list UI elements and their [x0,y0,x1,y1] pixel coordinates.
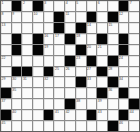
white-cell[interactable] [76,12,86,22]
white-cell[interactable]: 14 [87,23,97,33]
black-cell [1,88,11,98]
black-cell [65,34,75,44]
white-cell[interactable] [129,34,139,44]
white-cell[interactable] [33,77,43,87]
white-cell[interactable] [129,88,139,98]
white-cell[interactable] [22,23,32,33]
clue-number: 12 [119,12,123,16]
black-cell [65,99,75,109]
white-cell[interactable]: 37 [1,99,11,109]
white-cell[interactable] [54,99,64,109]
black-cell [54,23,64,33]
white-cell[interactable] [44,88,54,98]
white-cell[interactable] [119,99,129,109]
black-cell [119,88,129,98]
white-cell[interactable] [54,1,64,11]
white-cell[interactable] [87,99,97,109]
white-cell[interactable] [1,34,11,44]
white-cell[interactable]: 21 [97,45,107,55]
clue-number: 10 [34,12,38,16]
white-cell[interactable]: 5 [76,1,86,11]
white-cell[interactable] [22,88,32,98]
white-cell[interactable] [44,23,54,33]
clue-number: 29 [2,77,6,81]
white-cell[interactable] [119,23,129,33]
white-cell[interactable]: 6 [97,1,107,11]
white-cell[interactable] [1,67,11,77]
black-cell [119,1,129,11]
clue-number: 15 [108,23,112,27]
black-cell [119,34,129,44]
black-cell [22,67,32,77]
black-cell [54,12,64,22]
white-cell[interactable] [22,121,32,131]
black-cell [76,23,86,33]
clue-number: 24 [119,56,123,60]
white-cell[interactable] [76,67,86,77]
black-cell [76,77,86,87]
white-cell[interactable] [22,34,32,44]
black-cell [44,110,54,120]
white-cell[interactable] [22,110,32,120]
white-cell[interactable]: 24 [119,56,129,66]
white-cell[interactable] [54,121,64,131]
white-cell[interactable] [44,121,54,131]
clue-number: 32 [44,77,48,81]
white-cell[interactable] [44,99,54,109]
white-cell[interactable] [12,99,22,109]
white-cell[interactable] [1,45,11,55]
white-cell[interactable] [97,77,107,87]
white-cell[interactable] [76,110,86,120]
white-cell[interactable]: 9 [12,12,22,22]
clue-number: 42 [66,110,70,114]
clue-number: 13 [2,23,6,27]
white-cell[interactable]: 2 [22,1,32,11]
white-cell[interactable]: 44 [129,110,139,120]
white-cell[interactable] [44,56,54,66]
white-cell[interactable] [97,23,107,33]
white-cell[interactable]: 3 [44,1,54,11]
black-cell [65,56,75,66]
black-cell [33,45,43,55]
clue-number: 26 [66,67,70,71]
white-cell[interactable] [22,12,32,22]
clue-number: 14 [87,23,91,27]
white-cell[interactable] [54,77,64,87]
white-cell[interactable] [108,1,118,11]
white-cell[interactable]: 39 [97,99,107,109]
white-cell[interactable] [87,1,97,11]
white-cell[interactable] [33,23,43,33]
clue-number: 46 [119,121,123,125]
white-cell[interactable]: 29 [1,77,11,87]
clue-number: 45 [2,121,6,125]
white-cell[interactable]: 22 [1,56,11,66]
black-cell [97,88,107,98]
white-cell[interactable]: 43 [97,110,107,120]
black-cell [119,45,129,55]
black-cell [12,45,22,55]
white-cell[interactable]: 10 [33,12,43,22]
white-cell[interactable] [129,121,139,131]
black-cell [108,77,118,87]
white-cell[interactable] [33,121,43,131]
clue-number: 38 [76,99,80,103]
clue-number: 40 [12,110,16,114]
white-cell[interactable]: 34 [119,77,129,87]
black-cell [33,34,43,44]
white-cell[interactable]: 35 [12,88,22,98]
black-cell [108,12,118,22]
black-cell [119,110,129,120]
black-cell [87,56,97,66]
white-cell[interactable] [54,88,64,98]
white-cell[interactable]: 28 [108,67,118,77]
black-cell [108,121,118,131]
white-cell[interactable] [97,12,107,22]
white-cell[interactable]: 15 [108,23,118,33]
white-cell[interactable] [54,56,64,66]
clue-number: 9 [12,12,14,16]
white-cell[interactable] [54,45,64,55]
black-cell [76,45,86,55]
white-cell[interactable]: 11 [65,12,75,22]
white-cell[interactable]: 30 [12,77,22,87]
white-cell[interactable] [33,67,43,77]
white-cell[interactable] [22,45,32,55]
clue-number: 16 [44,34,48,38]
clue-number: 1 [2,1,4,5]
black-cell [87,12,97,22]
white-cell[interactable] [33,88,43,98]
white-cell[interactable]: 8 [1,12,11,22]
clue-number: 30 [12,77,16,81]
white-cell[interactable] [65,77,75,87]
black-cell [87,110,97,120]
clue-number: 5 [76,1,78,5]
white-cell[interactable] [76,121,86,131]
white-cell[interactable]: 1 [1,1,11,11]
crossword-grid: 1234567891011121314151617181920212223242… [0,0,140,132]
clue-number: 33 [87,77,91,81]
white-cell[interactable] [129,56,139,66]
white-cell[interactable] [12,121,22,131]
clue-number: 35 [12,88,16,92]
black-cell [33,1,43,11]
clue-number: 27 [87,67,91,71]
white-cell[interactable]: 46 [119,121,129,131]
white-cell[interactable]: 12 [119,12,129,22]
clue-number: 20 [87,45,91,49]
white-cell[interactable]: 31 [22,77,32,87]
clue-number: 6 [98,1,100,5]
white-cell[interactable] [76,88,86,98]
white-cell[interactable] [65,23,75,33]
clue-number: 44 [130,110,134,114]
white-cell[interactable] [129,23,139,33]
clue-number: 41 [55,110,59,114]
white-cell[interactable] [12,23,22,33]
black-cell [97,67,107,77]
black-cell [1,110,11,120]
white-cell[interactable] [87,121,97,131]
white-cell[interactable] [129,12,139,22]
white-cell[interactable]: 20 [87,45,97,55]
white-cell[interactable]: 40 [12,110,22,120]
white-cell[interactable]: 27 [87,67,97,77]
white-cell[interactable]: 32 [44,77,54,87]
white-cell[interactable] [33,110,43,120]
white-cell[interactable]: 16 [44,34,54,44]
clue-number: 3 [44,1,46,5]
clue-number: 22 [2,56,6,60]
white-cell[interactable] [119,67,129,77]
white-cell[interactable]: 25 [54,67,64,77]
white-cell[interactable]: 18 [76,34,86,44]
white-cell[interactable]: 4 [65,1,75,11]
clue-number: 39 [98,99,102,103]
white-cell[interactable] [108,110,118,120]
white-cell[interactable] [22,56,32,66]
clue-number: 43 [98,110,102,114]
white-cell[interactable] [44,12,54,22]
clue-number: 7 [130,1,132,5]
clue-number: 36 [108,88,112,92]
clue-number: 31 [23,77,27,81]
white-cell[interactable] [33,99,43,109]
white-cell[interactable] [97,121,107,131]
clue-number: 21 [98,45,102,49]
clue-number: 25 [55,67,59,71]
clue-number: 8 [2,12,4,16]
clue-number: 11 [66,12,70,16]
clue-number: 28 [108,67,112,71]
white-cell[interactable]: 33 [87,77,97,87]
clue-number: 2 [23,1,25,5]
black-cell [108,56,118,66]
white-cell[interactable]: 38 [76,99,86,109]
clue-number: 23 [76,56,80,60]
clue-number: 37 [2,99,6,103]
white-cell[interactable] [108,99,118,109]
clue-number: 4 [66,1,68,5]
white-cell[interactable] [87,88,97,98]
white-cell[interactable]: 19 [44,45,54,55]
white-cell[interactable] [22,99,32,109]
black-cell [12,67,22,77]
black-cell [12,1,22,11]
white-cell[interactable] [65,121,75,131]
white-cell[interactable]: 26 [65,67,75,77]
white-cell[interactable]: 42 [65,110,75,120]
white-cell[interactable]: 41 [54,110,64,120]
white-cell[interactable] [108,45,118,55]
white-cell[interactable] [129,77,139,87]
clue-number: 18 [76,34,80,38]
white-cell[interactable] [108,34,118,44]
white-cell[interactable] [33,56,43,66]
black-cell [12,34,22,44]
white-cell[interactable] [97,56,107,66]
white-cell[interactable] [129,45,139,55]
clue-number: 17 [55,34,59,38]
white-cell[interactable] [65,45,75,55]
white-cell[interactable]: 23 [76,56,86,66]
white-cell[interactable] [87,34,97,44]
black-cell [129,99,139,109]
white-cell[interactable]: 13 [1,23,11,33]
white-cell[interactable] [129,67,139,77]
white-cell[interactable]: 36 [108,88,118,98]
clue-number: 34 [119,77,123,81]
white-cell[interactable] [12,56,22,66]
black-cell [97,34,107,44]
clue-number: 19 [44,45,48,49]
black-cell [44,67,54,77]
white-cell[interactable] [65,88,75,98]
white-cell[interactable]: 17 [54,34,64,44]
white-cell[interactable]: 7 [129,1,139,11]
white-cell[interactable]: 45 [1,121,11,131]
